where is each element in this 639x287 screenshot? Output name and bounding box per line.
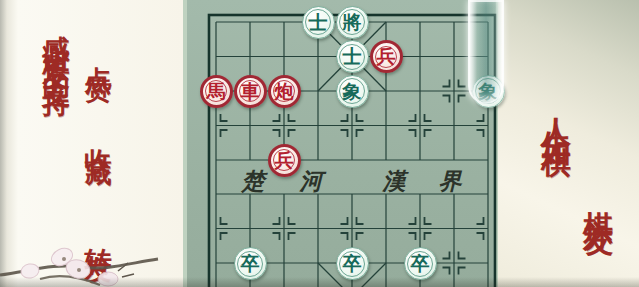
piece-green-advisor[interactable]: 士 (302, 6, 335, 39)
piece-red-soldier[interactable]: 兵 (370, 40, 403, 73)
piece-red-horse[interactable]: 馬 (200, 75, 233, 108)
piece-glyph: 象 (343, 82, 362, 101)
piece-glyph: 士 (343, 47, 362, 66)
piece-glyph: 馬 (207, 82, 226, 101)
caption-chess-friend: 棋亦友 (583, 187, 613, 211)
caption-like: 点赞 (85, 45, 112, 63)
piece-glyph: 兵 (275, 151, 294, 170)
piece-glyph: 象 (479, 82, 498, 101)
piece-green-soldier[interactable]: 卒 (234, 247, 267, 280)
piece-green-elephant[interactable]: 象 (472, 75, 505, 108)
caption-favorite: 收藏 (85, 128, 112, 146)
plum-blossom-decoration (0, 233, 160, 287)
piece-glyph: 士 (309, 13, 328, 32)
piece-glyph: 卒 (241, 254, 260, 273)
piece-red-soldier[interactable]: 兵 (268, 144, 301, 177)
piece-glyph: 車 (241, 82, 260, 101)
right-caption-panel: 人生如棋 棋亦友 (498, 0, 639, 287)
piece-glyph: 卒 (411, 254, 430, 273)
piece-red-chariot[interactable]: 車 (234, 75, 267, 108)
piece-green-soldier[interactable]: 卒 (404, 247, 437, 280)
piece-green-soldier[interactable]: 卒 (336, 247, 369, 280)
xiangqi-board: 楚河漢界 士將士兵馬車炮象象兵卒卒卒 (183, 0, 498, 287)
piece-glyph: 卒 (343, 254, 362, 273)
video-frame: { "game": { "name": "Xiangqi (Chinese Ch… (0, 0, 639, 287)
board-grid[interactable]: 士將士兵馬車炮象象兵卒卒卒 (199, 5, 505, 281)
piece-glyph: 炮 (275, 82, 294, 101)
piece-green-general[interactable]: 將 (336, 6, 369, 39)
piece-glyph: 兵 (377, 47, 396, 66)
caption-thanks: 感谢棋友的支持 (43, 14, 70, 77)
piece-red-cannon[interactable]: 炮 (268, 75, 301, 108)
piece-glyph: 將 (343, 13, 362, 32)
left-caption-panel: 感谢棋友的支持 点赞 收藏 转发 (0, 0, 183, 287)
piece-green-advisor[interactable]: 士 (336, 40, 369, 73)
piece-green-elephant[interactable]: 象 (336, 75, 369, 108)
caption-life-like-chess: 人生如棋 (541, 93, 571, 133)
